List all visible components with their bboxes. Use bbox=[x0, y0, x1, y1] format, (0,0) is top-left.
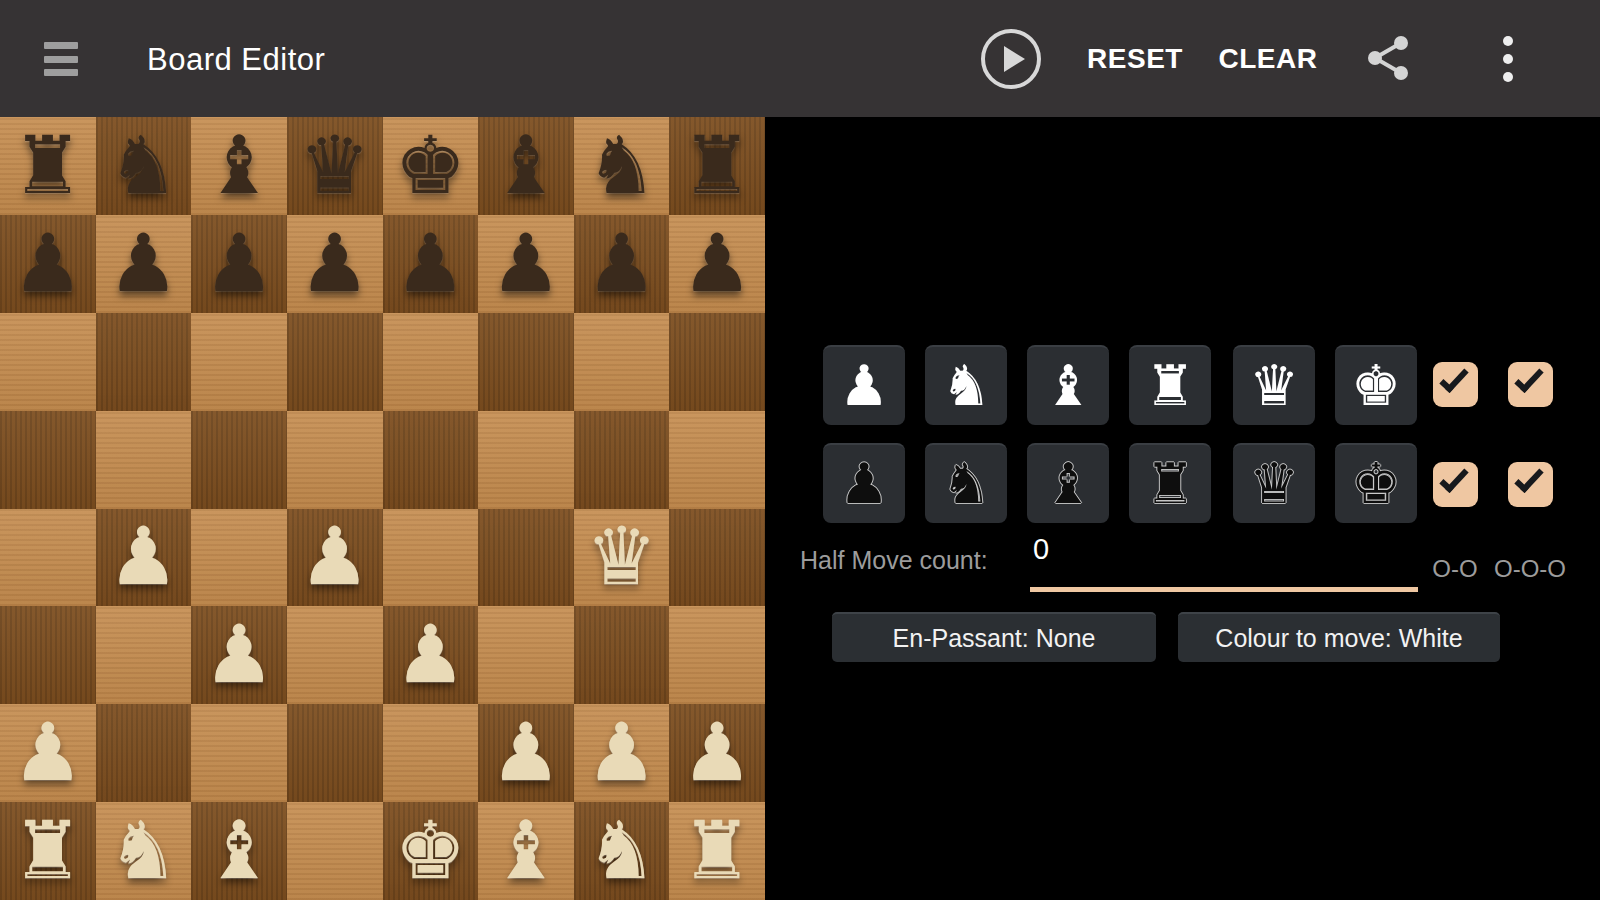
square-g4[interactable]: ♛ bbox=[574, 509, 670, 607]
black-knight: ♞ bbox=[586, 126, 658, 206]
black-kingside-castle-checkbox[interactable] bbox=[1433, 462, 1478, 507]
clear-button[interactable]: CLEAR bbox=[1216, 0, 1320, 117]
square-g6[interactable] bbox=[574, 313, 670, 411]
square-b2[interactable] bbox=[96, 704, 192, 802]
white-bishop: ♝ bbox=[203, 811, 275, 891]
white-rook-icon: ♜ bbox=[1145, 358, 1195, 414]
square-f8[interactable]: ♝ bbox=[478, 117, 574, 215]
white-knight: ♞ bbox=[586, 811, 658, 891]
board-editor-screen: Board Editor RESET CLEAR ♜♞♝♛♚♝♞♜♟♟♟♟♟♟♟… bbox=[0, 0, 1600, 900]
square-d5[interactable] bbox=[287, 411, 383, 509]
white-queen-icon: ♛ bbox=[1249, 358, 1299, 414]
square-e4[interactable] bbox=[383, 509, 479, 607]
white-pawn: ♟ bbox=[586, 713, 658, 793]
square-g3[interactable] bbox=[574, 606, 670, 704]
square-d7[interactable]: ♟ bbox=[287, 215, 383, 313]
palette-white-rook-button[interactable]: ♜ bbox=[1129, 345, 1211, 425]
square-d2[interactable] bbox=[287, 704, 383, 802]
white-kingside-castle-checkbox[interactable] bbox=[1433, 362, 1478, 407]
black-bishop: ♝ bbox=[203, 126, 275, 206]
square-h6[interactable] bbox=[669, 313, 765, 411]
black-pawn: ♟ bbox=[12, 224, 84, 304]
palette-black-king-button[interactable]: ♚ bbox=[1335, 443, 1417, 523]
palette-black-bishop-button[interactable]: ♝ bbox=[1027, 443, 1109, 523]
palette-white-pawn-button[interactable]: ♟ bbox=[823, 345, 905, 425]
square-e1[interactable]: ♚ bbox=[383, 802, 479, 900]
white-pawn: ♟ bbox=[108, 517, 180, 597]
black-pawn: ♟ bbox=[586, 224, 658, 304]
play-icon bbox=[1004, 46, 1025, 72]
half-move-label: Half Move count: bbox=[800, 546, 988, 575]
menu-bar bbox=[44, 42, 78, 49]
black-rook-icon: ♜ bbox=[1145, 456, 1195, 512]
menu-bar bbox=[44, 56, 78, 63]
square-f5[interactable] bbox=[478, 411, 574, 509]
square-c2[interactable] bbox=[191, 704, 287, 802]
black-king: ♚ bbox=[394, 126, 466, 206]
en-passant-button[interactable]: En-Passant: None bbox=[832, 612, 1156, 662]
square-e7[interactable]: ♟ bbox=[383, 215, 479, 313]
square-e3[interactable]: ♟ bbox=[383, 606, 479, 704]
square-e2[interactable] bbox=[383, 704, 479, 802]
square-h4[interactable] bbox=[669, 509, 765, 607]
square-d1[interactable] bbox=[287, 802, 383, 900]
white-pawn: ♟ bbox=[12, 713, 84, 793]
check-icon bbox=[1514, 463, 1543, 493]
white-bishop: ♝ bbox=[490, 811, 562, 891]
square-d8[interactable]: ♛ bbox=[287, 117, 383, 215]
overflow-menu-icon[interactable] bbox=[1498, 36, 1518, 82]
square-b5[interactable] bbox=[96, 411, 192, 509]
black-rook: ♜ bbox=[681, 126, 753, 206]
black-pawn: ♟ bbox=[490, 224, 562, 304]
square-d6[interactable] bbox=[287, 313, 383, 411]
play-button[interactable] bbox=[981, 29, 1041, 89]
square-b3[interactable] bbox=[96, 606, 192, 704]
square-a2[interactable]: ♟ bbox=[0, 704, 96, 802]
menu-icon[interactable] bbox=[44, 42, 78, 76]
editor-panel: ♟♞♝♜♛♚ ♟♞♝♜♛♚ O-O O-O-O Half Move count:… bbox=[765, 117, 1600, 900]
palette-black-pawn-button[interactable]: ♟ bbox=[823, 443, 905, 523]
black-pawn: ♟ bbox=[681, 224, 753, 304]
square-f7[interactable]: ♟ bbox=[478, 215, 574, 313]
check-icon bbox=[1514, 363, 1543, 393]
black-bishop: ♝ bbox=[490, 126, 562, 206]
square-f6[interactable] bbox=[478, 313, 574, 411]
dot bbox=[1503, 54, 1513, 64]
half-move-input-underline bbox=[1030, 587, 1418, 592]
dot bbox=[1503, 36, 1513, 46]
menu-bar bbox=[44, 69, 78, 76]
square-g5[interactable] bbox=[574, 411, 670, 509]
square-g1[interactable]: ♞ bbox=[574, 802, 670, 900]
square-f1[interactable]: ♝ bbox=[478, 802, 574, 900]
square-e5[interactable] bbox=[383, 411, 479, 509]
square-g2[interactable]: ♟ bbox=[574, 704, 670, 802]
square-e8[interactable]: ♚ bbox=[383, 117, 479, 215]
white-pawn: ♟ bbox=[299, 517, 371, 597]
square-g8[interactable]: ♞ bbox=[574, 117, 670, 215]
palette-black-rook-button[interactable]: ♜ bbox=[1129, 443, 1211, 523]
square-b7[interactable]: ♟ bbox=[96, 215, 192, 313]
white-pawn-icon: ♟ bbox=[839, 358, 889, 414]
square-c5[interactable] bbox=[191, 411, 287, 509]
white-pawn: ♟ bbox=[490, 713, 562, 793]
palette-black-queen-button[interactable]: ♛ bbox=[1233, 443, 1315, 523]
page-title: Board Editor bbox=[147, 42, 325, 78]
dot bbox=[1503, 72, 1513, 82]
white-pawn: ♟ bbox=[394, 615, 466, 695]
white-bishop-icon: ♝ bbox=[1043, 358, 1093, 414]
palette-white-bishop-button[interactable]: ♝ bbox=[1027, 345, 1109, 425]
square-h3[interactable] bbox=[669, 606, 765, 704]
white-queen: ♛ bbox=[586, 517, 658, 597]
white-knight: ♞ bbox=[108, 811, 180, 891]
white-pawn: ♟ bbox=[681, 713, 753, 793]
colour-to-move-button[interactable]: Colour to move: White bbox=[1178, 612, 1500, 662]
square-f4[interactable] bbox=[478, 509, 574, 607]
black-knight: ♞ bbox=[108, 126, 180, 206]
black-pawn: ♟ bbox=[299, 224, 371, 304]
palette-white-king-button[interactable]: ♚ bbox=[1335, 345, 1417, 425]
black-pawn-icon: ♟ bbox=[839, 456, 889, 512]
chess-board: ♜♞♝♛♚♝♞♜♟♟♟♟♟♟♟♟♟♟♛♟♟♟♟♟♟♜♞♝♚♝♞♜ bbox=[0, 117, 765, 900]
white-knight-icon: ♞ bbox=[941, 358, 991, 414]
black-bishop-icon: ♝ bbox=[1043, 456, 1093, 512]
share-icon[interactable] bbox=[1364, 33, 1414, 83]
square-b4[interactable]: ♟ bbox=[96, 509, 192, 607]
square-a1[interactable]: ♜ bbox=[0, 802, 96, 900]
square-h7[interactable]: ♟ bbox=[669, 215, 765, 313]
square-a5[interactable] bbox=[0, 411, 96, 509]
white-queenside-castle-checkbox[interactable] bbox=[1508, 362, 1553, 407]
square-f3[interactable] bbox=[478, 606, 574, 704]
square-d4[interactable]: ♟ bbox=[287, 509, 383, 607]
square-b8[interactable]: ♞ bbox=[96, 117, 192, 215]
square-d3[interactable] bbox=[287, 606, 383, 704]
black-queen-icon: ♛ bbox=[1249, 456, 1299, 512]
square-h5[interactable] bbox=[669, 411, 765, 509]
white-rook: ♜ bbox=[12, 811, 84, 891]
black-knight-icon: ♞ bbox=[941, 456, 991, 512]
reset-button[interactable]: RESET bbox=[1082, 0, 1188, 117]
queenside-castle-label: O-O-O bbox=[1493, 555, 1567, 583]
white-king-icon: ♚ bbox=[1351, 358, 1401, 414]
square-a6[interactable] bbox=[0, 313, 96, 411]
square-h2[interactable]: ♟ bbox=[669, 704, 765, 802]
white-rook: ♜ bbox=[681, 811, 753, 891]
top-bar: Board Editor RESET CLEAR bbox=[0, 0, 1600, 117]
square-e6[interactable] bbox=[383, 313, 479, 411]
white-king: ♚ bbox=[394, 811, 466, 891]
square-h8[interactable]: ♜ bbox=[669, 117, 765, 215]
black-queen: ♛ bbox=[299, 126, 371, 206]
check-icon bbox=[1439, 463, 1468, 493]
square-c4[interactable] bbox=[191, 509, 287, 607]
square-a7[interactable]: ♟ bbox=[0, 215, 96, 313]
black-rook: ♜ bbox=[12, 126, 84, 206]
black-queenside-castle-checkbox[interactable] bbox=[1508, 462, 1553, 507]
square-a4[interactable] bbox=[0, 509, 96, 607]
black-pawn: ♟ bbox=[203, 224, 275, 304]
square-b1[interactable]: ♞ bbox=[96, 802, 192, 900]
square-a8[interactable]: ♜ bbox=[0, 117, 96, 215]
square-c1[interactable]: ♝ bbox=[191, 802, 287, 900]
black-pawn: ♟ bbox=[394, 224, 466, 304]
half-move-input[interactable]: 0 bbox=[1033, 533, 1049, 566]
square-c7[interactable]: ♟ bbox=[191, 215, 287, 313]
square-f2[interactable]: ♟ bbox=[478, 704, 574, 802]
square-b6[interactable] bbox=[96, 313, 192, 411]
kingside-castle-label: O-O bbox=[1423, 555, 1487, 583]
black-king-icon: ♚ bbox=[1351, 456, 1401, 512]
palette-white-queen-button[interactable]: ♛ bbox=[1233, 345, 1315, 425]
check-icon bbox=[1439, 363, 1468, 393]
square-a3[interactable] bbox=[0, 606, 96, 704]
palette-black-knight-button[interactable]: ♞ bbox=[925, 443, 1007, 523]
white-pawn: ♟ bbox=[203, 615, 275, 695]
black-pawn: ♟ bbox=[108, 224, 180, 304]
square-g7[interactable]: ♟ bbox=[574, 215, 670, 313]
square-h1[interactable]: ♜ bbox=[669, 802, 765, 900]
square-c8[interactable]: ♝ bbox=[191, 117, 287, 215]
palette-white-knight-button[interactable]: ♞ bbox=[925, 345, 1007, 425]
square-c3[interactable]: ♟ bbox=[191, 606, 287, 704]
square-c6[interactable] bbox=[191, 313, 287, 411]
